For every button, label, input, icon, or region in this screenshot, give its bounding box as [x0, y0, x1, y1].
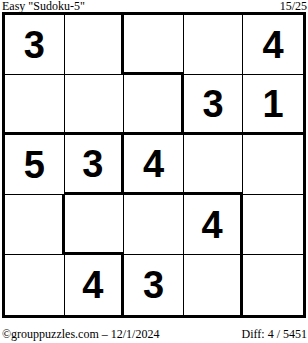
cell-r4c4[interactable]: 4 — [184, 195, 244, 255]
cell-r3c2[interactable]: 3 — [65, 135, 125, 195]
cell-r3c3[interactable]: 4 — [124, 135, 184, 195]
puzzle-counter: 15/25 — [280, 0, 307, 12]
cell-r5c3[interactable]: 3 — [124, 255, 184, 315]
given-digit: 1 — [263, 85, 284, 123]
difficulty-text: Diff: 4 / 5451 — [242, 328, 307, 340]
cell-r5c4[interactable] — [184, 255, 244, 315]
given-digit: 4 — [202, 206, 223, 244]
cell-r2c5[interactable]: 1 — [243, 75, 303, 135]
given-digit: 5 — [24, 146, 45, 184]
given-digit: 4 — [263, 26, 284, 64]
given-digit: 4 — [82, 266, 103, 304]
puzzle-title: Easy "Sudoku-5" — [2, 0, 85, 12]
cell-r3c1[interactable]: 5 — [5, 135, 65, 195]
cell-r2c2[interactable] — [65, 75, 125, 135]
cell-r4c1[interactable] — [5, 195, 65, 255]
cell-r4c5[interactable] — [243, 195, 303, 255]
copyright-text: ©grouppuzzles.com – 12/1/2024 — [2, 328, 159, 340]
cell-r1c4[interactable] — [184, 15, 244, 75]
cell-r1c3[interactable] — [124, 15, 184, 75]
cell-r5c5[interactable] — [243, 255, 303, 315]
cell-r1c5[interactable]: 4 — [243, 15, 303, 75]
given-digit: 3 — [24, 26, 45, 64]
cell-r3c5[interactable] — [243, 135, 303, 195]
given-digit: 4 — [143, 145, 164, 183]
cell-r5c2[interactable]: 4 — [65, 255, 125, 315]
cell-r2c4[interactable]: 3 — [184, 75, 244, 135]
cell-r5c1[interactable] — [5, 255, 65, 315]
cell-r3c4[interactable] — [184, 135, 244, 195]
cell-r2c1[interactable] — [5, 75, 65, 135]
puzzle-page: Easy "Sudoku-5" 15/25 3431534443 ©groupp… — [0, 0, 308, 343]
given-digit: 3 — [143, 266, 164, 304]
header: Easy "Sudoku-5" 15/25 — [2, 0, 307, 12]
cell-r2c3[interactable] — [124, 75, 184, 135]
footer: ©grouppuzzles.com – 12/1/2024 Diff: 4 / … — [2, 328, 307, 340]
sudoku-board: 3431534443 — [2, 12, 306, 318]
cell-r4c2[interactable] — [65, 195, 125, 255]
cell-r1c2[interactable] — [65, 15, 125, 75]
given-digit: 3 — [203, 85, 224, 123]
cell-r4c3[interactable] — [124, 195, 184, 255]
given-digit: 3 — [82, 145, 103, 183]
cell-r1c1[interactable]: 3 — [5, 15, 65, 75]
